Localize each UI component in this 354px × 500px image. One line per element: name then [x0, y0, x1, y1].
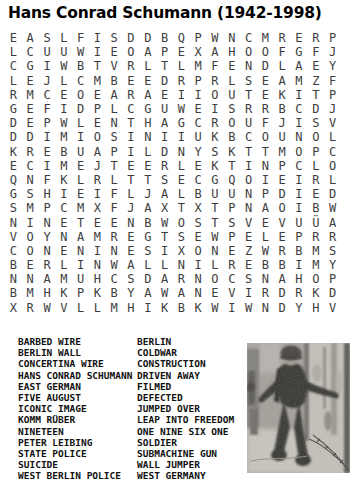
grid-cell-r2c12: X [190, 45, 207, 59]
grid-cell-r4c19: Z [307, 74, 324, 88]
grid-cell-r9c10: D [156, 145, 173, 159]
grid-cell-r17c20: Y [324, 258, 341, 272]
grid-cell-r6c14: S [223, 102, 240, 116]
grid-cell-r8c1: D [5, 130, 22, 144]
word-list-item: ICONIC IMAGE [18, 403, 132, 414]
grid-cell-r11c2: N [22, 173, 39, 187]
grid-cell-r17c7: W [106, 258, 123, 272]
grid-cell-r11c12: C [190, 173, 207, 187]
grid-cell-r20c8: H [123, 301, 140, 315]
grid-cell-r16c18: B [291, 244, 308, 258]
grid-cell-r20c9: I [139, 301, 156, 315]
grid-cell-r15c4: N [55, 230, 72, 244]
grid-cell-r2c11: E [173, 45, 190, 59]
grid-cell-r19c18: R [291, 286, 308, 300]
grid-cell-r2c16: O [257, 45, 274, 59]
grid-cell-r5c7: A [106, 88, 123, 102]
word-list-item: WALL JUMPER [137, 459, 234, 470]
grid-cell-r15c17: E [274, 230, 291, 244]
grid-cell-r12c6: I [89, 187, 106, 201]
word-list-item: BERLIN WALL [18, 347, 132, 358]
grid-cell-r18c7: C [106, 272, 123, 286]
grid-cell-r8c5: I [72, 130, 89, 144]
grid-cell-r6c7: L [106, 102, 123, 116]
grid-cell-r9c3: E [39, 145, 56, 159]
grid-cell-r13c10: X [156, 201, 173, 215]
grid-cell-r10c6: J [89, 159, 106, 173]
grid-cell-r5c9: A [139, 88, 156, 102]
grid-cell-r7c18: I [291, 116, 308, 130]
grid-cell-r17c16: B [257, 258, 274, 272]
grid-cell-r13c5: M [72, 201, 89, 215]
grid-cell-r7c14: O [223, 116, 240, 130]
grid-cell-r9c17: M [274, 145, 291, 159]
grid-cell-r10c18: C [291, 159, 308, 173]
grid-cell-r12c18: I [291, 187, 308, 201]
grid-cell-r16c11: X [173, 244, 190, 258]
grid-cell-r3c1: C [5, 59, 22, 73]
grid-cell-r1c10: B [156, 31, 173, 45]
grid-cell-r18c4: M [55, 272, 72, 286]
grid-cell-r3c14: E [223, 59, 240, 73]
grid-cell-r13c2: M [22, 201, 39, 215]
grid-cell-r11c18: I [291, 173, 308, 187]
grid-cell-r15c2: O [22, 230, 39, 244]
grid-cell-r16c2: O [22, 244, 39, 258]
grid-cell-r7c15: U [240, 116, 257, 130]
grid-cell-r18c8: S [123, 272, 140, 286]
grid-cell-r15c9: G [139, 230, 156, 244]
grid-cell-r17c9: L [139, 258, 156, 272]
grid-cell-r1c15: C [240, 31, 257, 45]
grid-cell-r3c9: L [139, 59, 156, 73]
grid-cell-r12c14: U [223, 187, 240, 201]
grid-cell-r10c16: N [257, 159, 274, 173]
grid-cell-r20c10: K [156, 301, 173, 315]
grid-cell-r11c4: K [55, 173, 72, 187]
grid-cell-r20c17: D [274, 301, 291, 315]
grid-cell-r6c20: J [324, 102, 341, 116]
grid-cell-r20c12: K [190, 301, 207, 315]
grid-cell-r8c11: I [173, 130, 190, 144]
grid-cell-r7c9: H [139, 116, 156, 130]
grid-cell-r9c15: T [240, 145, 257, 159]
grid-cell-r9c11: N [173, 145, 190, 159]
grid-cell-r19c17: D [274, 286, 291, 300]
grid-cell-r16c13: N [207, 244, 224, 258]
grid-cell-r20c19: H [307, 301, 324, 315]
grid-cell-r4c15: S [240, 74, 257, 88]
grid-cell-r12c16: P [257, 187, 274, 201]
grid-cell-r7c10: A [156, 116, 173, 130]
grid-cell-r10c15: I [240, 159, 257, 173]
grid-cell-r17c2: E [22, 258, 39, 272]
grid-cell-r2c5: W [72, 45, 89, 59]
grid-cell-r9c14: K [223, 145, 240, 159]
grid-cell-r10c1: E [5, 159, 22, 173]
grid-cell-r3c13: F [207, 59, 224, 73]
grid-cell-r16c6: I [89, 244, 106, 258]
grid-cell-r17c1: B [5, 258, 22, 272]
grid-cell-r4c8: E [123, 74, 140, 88]
grid-cell-r9c6: A [89, 145, 106, 159]
grid-cell-r4c1: L [5, 74, 22, 88]
grid-cell-r17c11: N [173, 258, 190, 272]
grid-cell-r7c16: F [257, 116, 274, 130]
grid-cell-r13c6: X [89, 201, 106, 215]
grid-cell-r5c2: M [22, 88, 39, 102]
grid-cell-r3c7: V [106, 59, 123, 73]
grid-cell-r14c18: U [291, 215, 308, 229]
grid-cell-r5c3: C [39, 88, 56, 102]
grid-cell-r14c20: A [324, 215, 341, 229]
grid-cell-r3c10: T [156, 59, 173, 73]
grid-cell-r20c3: W [39, 301, 56, 315]
grid-cell-r18c1: N [5, 272, 22, 286]
grid-cell-r1c20: P [324, 31, 341, 45]
grid-cell-r4c16: E [257, 74, 274, 88]
grid-cell-r13c19: B [307, 201, 324, 215]
grid-cell-r7c5: L [72, 116, 89, 130]
grid-cell-r7c19: S [307, 116, 324, 130]
grid-cell-r18c3: A [39, 272, 56, 286]
grid-cell-r20c16: N [257, 301, 274, 315]
grid-cell-r5c10: E [156, 88, 173, 102]
grid-cell-r15c7: R [106, 230, 123, 244]
grid-cell-r5c16: E [257, 88, 274, 102]
grid-cell-r17c8: A [123, 258, 140, 272]
grid-cell-r17c17: B [274, 258, 291, 272]
grid-cell-r9c19: P [307, 145, 324, 159]
grid-cell-r20c4: V [55, 301, 72, 315]
grid-cell-r14c13: T [207, 215, 224, 229]
grid-cell-r5c4: E [55, 88, 72, 102]
grid-cell-r13c18: I [291, 201, 308, 215]
grid-cell-r1c7: S [106, 31, 123, 45]
word-list-item: SUBMACHINE GUN [137, 448, 234, 459]
grid-cell-r16c8: E [123, 244, 140, 258]
grid-cell-r12c20: D [324, 187, 341, 201]
grid-cell-r19c6: K [89, 286, 106, 300]
grid-cell-r13c15: N [240, 201, 257, 215]
word-list-item: SOLDIER [137, 437, 234, 448]
grid-cell-r1c9: D [139, 31, 156, 45]
grid-cell-r9c2: R [22, 145, 39, 159]
grid-cell-r15c5: A [72, 230, 89, 244]
grid-cell-r10c4: M [55, 159, 72, 173]
grid-cell-r11c5: L [72, 173, 89, 187]
grid-cell-r7c11: G [173, 116, 190, 130]
grid-cell-r8c9: N [139, 130, 156, 144]
grid-cell-r5c5: O [72, 88, 89, 102]
grid-cell-r15c6: M [89, 230, 106, 244]
grid-cell-r17c13: L [207, 258, 224, 272]
grid-cell-r1c8: D [123, 31, 140, 45]
grid-cell-r19c3: H [39, 286, 56, 300]
grid-cell-r2c18: G [291, 45, 308, 59]
grid-cell-r18c15: S [240, 272, 257, 286]
grid-cell-r3c5: B [72, 59, 89, 73]
grid-cell-r3c6: T [89, 59, 106, 73]
grid-cell-r19c16: R [257, 286, 274, 300]
grid-cell-r7c8: T [123, 116, 140, 130]
grid-cell-r19c1: B [5, 286, 22, 300]
grid-cell-r20c15: W [240, 301, 257, 315]
grid-cell-r11c8: T [123, 173, 140, 187]
grid-cell-r10c17: P [274, 159, 291, 173]
grid-cell-r20c14: I [223, 301, 240, 315]
grid-cell-r2c15: O [240, 45, 257, 59]
grid-cell-r18c19: O [307, 272, 324, 286]
grid-cell-r19c4: K [55, 286, 72, 300]
grid-cell-r11c17: E [274, 173, 291, 187]
grid-cell-r20c2: R [22, 301, 39, 315]
grid-cell-r1c6: I [89, 31, 106, 45]
grid-cell-r16c5: N [72, 244, 89, 258]
grid-cell-r4c18: M [291, 74, 308, 88]
word-list-item: CONCERTINA WIRE [18, 358, 132, 369]
grid-cell-r13c4: C [55, 201, 72, 215]
grid-cell-r16c7: N [106, 244, 123, 258]
grid-cell-r12c3: H [39, 187, 56, 201]
grid-cell-r12c15: N [240, 187, 257, 201]
grid-cell-r7c3: P [39, 116, 56, 130]
grid-cell-r1c3: S [39, 31, 56, 45]
grid-cell-r12c5: E [72, 187, 89, 201]
grid-cell-r8c3: I [39, 130, 56, 144]
grid-cell-r14c8: N [123, 215, 140, 229]
grid-cell-r9c8: I [123, 145, 140, 159]
grid-cell-r4c20: F [324, 74, 341, 88]
grid-cell-r12c19: E [307, 187, 324, 201]
grid-cell-r3c4: W [55, 59, 72, 73]
grid-cell-r2c2: C [22, 45, 39, 59]
grid-cell-r20c20: V [324, 301, 341, 315]
grid-cell-r2c10: P [156, 45, 173, 59]
grid-cell-r19c5: P [72, 286, 89, 300]
grid-cell-r11c7: L [106, 173, 123, 187]
word-list-item: FILMED [137, 381, 234, 392]
grid-cell-r8c12: U [190, 130, 207, 144]
grid-cell-r1c5: F [72, 31, 89, 45]
grid-cell-r4c9: E [139, 74, 156, 88]
grid-cell-r14c3: N [39, 215, 56, 229]
word-list-item: EAST GERMAN [18, 381, 132, 392]
grid-cell-r20c13: W [207, 301, 224, 315]
grid-cell-r3c8: R [123, 59, 140, 73]
grid-cell-r7c7: N [106, 116, 123, 130]
grid-cell-r10c5: E [72, 159, 89, 173]
word-list-item: COLDWAR [137, 347, 234, 358]
grid-cell-r17c3: R [39, 258, 56, 272]
grid-cell-r6c2: E [22, 102, 39, 116]
grid-cell-r5c15: T [240, 88, 257, 102]
grid-cell-r20c18: Y [291, 301, 308, 315]
grid-cell-r2c7: E [106, 45, 123, 59]
grid-cell-r18c10: A [156, 272, 173, 286]
grid-cell-r13c3: P [39, 201, 56, 215]
grid-cell-r1c13: W [207, 31, 224, 45]
word-list-left: BARBED WIREBERLIN WALLCONCERTINA WIREHAN… [18, 336, 132, 481]
grid-cell-r9c18: O [291, 145, 308, 159]
grid-cell-r19c9: A [139, 286, 156, 300]
grid-cell-r16c3: N [39, 244, 56, 258]
grid-cell-r17c4: L [55, 258, 72, 272]
grid-cell-r17c19: M [307, 258, 324, 272]
grid-cell-r4c13: R [207, 74, 224, 88]
grid-cell-r13c13: T [207, 201, 224, 215]
grid-cell-r19c10: W [156, 286, 173, 300]
grid-cell-r8c15: C [240, 130, 257, 144]
grid-cell-r10c11: L [173, 159, 190, 173]
grid-cell-r10c12: E [190, 159, 207, 173]
grid-cell-r18c16: N [257, 272, 274, 286]
grid-cell-r16c9: S [139, 244, 156, 258]
grid-cell-r15c1: V [5, 230, 22, 244]
grid-cell-r14c12: S [190, 215, 207, 229]
grid-cell-r7c12: C [190, 116, 207, 130]
grid-cell-r12c7: F [106, 187, 123, 201]
word-list-item: ONE NINE SIX ONE [137, 426, 234, 437]
grid-cell-r17c15: E [240, 258, 257, 272]
grid-cell-r3c18: A [291, 59, 308, 73]
grid-cell-r16c14: E [223, 244, 240, 258]
grid-cell-r4c7: B [106, 74, 123, 88]
grid-cell-r3c2: G [22, 59, 39, 73]
grid-cell-r8c17: U [274, 130, 291, 144]
grid-cell-r6c12: E [190, 102, 207, 116]
grid-cell-r1c12: P [190, 31, 207, 45]
grid-cell-r20c5: L [72, 301, 89, 315]
grid-cell-r2c13: A [207, 45, 224, 59]
grid-cell-r13c20: W [324, 201, 341, 215]
grid-cell-r16c20: S [324, 244, 341, 258]
word-list-item: FIVE AUGUST [18, 392, 132, 403]
grid-cell-r20c7: M [106, 301, 123, 315]
grid-cell-r8c4: M [55, 130, 72, 144]
grid-cell-r10c13: K [207, 159, 224, 173]
grid-cell-r19c20: D [324, 286, 341, 300]
grid-cell-r2c3: U [39, 45, 56, 59]
grid-cell-r8c14: B [223, 130, 240, 144]
grid-cell-r6c15: R [240, 102, 257, 116]
grid-cell-r1c14: N [223, 31, 240, 45]
photo-grain-overlay [247, 343, 350, 473]
grid-cell-r19c11: A [173, 286, 190, 300]
wordsearch-grid: EASLFISDDBQPWNCMRERPLCUUWIEOAPEXAHOOFGFJ… [5, 31, 341, 315]
grid-cell-r5c20: P [324, 88, 341, 102]
grid-cell-r2c6: I [89, 45, 106, 59]
grid-cell-r1c16: M [257, 31, 274, 45]
grid-cell-r12c8: L [123, 187, 140, 201]
grid-cell-r12c4: I [55, 187, 72, 201]
grid-cell-r18c11: R [173, 272, 190, 286]
grid-cell-r13c11: T [173, 201, 190, 215]
grid-cell-r18c20: P [324, 272, 341, 286]
page-title: Hans Conrad Schumann (1942-1998) [8, 4, 322, 22]
grid-cell-r10c14: T [223, 159, 240, 173]
grid-cell-r10c2: C [22, 159, 39, 173]
grid-cell-r11c9: T [139, 173, 156, 187]
grid-cell-r8c18: N [291, 130, 308, 144]
grid-cell-r7c6: E [89, 116, 106, 130]
grid-cell-r5c19: T [307, 88, 324, 102]
grid-cell-r11c6: R [89, 173, 106, 187]
grid-cell-r14c10: W [156, 215, 173, 229]
grid-cell-r13c12: X [190, 201, 207, 215]
grid-cell-r9c1: K [5, 145, 22, 159]
grid-cell-r6c1: G [5, 102, 22, 116]
grid-cell-r9c4: B [55, 145, 72, 159]
grid-cell-r4c14: L [223, 74, 240, 88]
grid-cell-r15c18: P [291, 230, 308, 244]
grid-cell-r11c1: Q [5, 173, 22, 187]
grid-cell-r18c12: N [190, 272, 207, 286]
leap-into-freedom-photo [247, 343, 350, 473]
grid-cell-r2c1: L [5, 45, 22, 59]
grid-cell-r13c17: O [274, 201, 291, 215]
grid-cell-r18c13: O [207, 272, 224, 286]
grid-cell-r20c6: L [89, 301, 106, 315]
grid-cell-r5c1: R [5, 88, 22, 102]
grid-cell-r15c12: E [190, 230, 207, 244]
grid-cell-r16c15: Z [240, 244, 257, 258]
grid-cell-r7c1: D [5, 116, 22, 130]
grid-cell-r1c1: E [5, 31, 22, 45]
grid-cell-r19c7: B [106, 286, 123, 300]
grid-cell-r19c15: I [240, 286, 257, 300]
grid-cell-r10c8: E [123, 159, 140, 173]
grid-cell-r2c17: F [274, 45, 291, 59]
grid-cell-r6c11: W [173, 102, 190, 116]
grid-cell-r14c5: T [72, 215, 89, 229]
grid-cell-r12c12: B [190, 187, 207, 201]
grid-cell-r13c16: A [257, 201, 274, 215]
word-list-item: SUICIDE [18, 459, 132, 470]
word-list-item: BARBED WIRE [18, 336, 132, 347]
grid-cell-r7c2: E [22, 116, 39, 130]
grid-cell-r14c15: V [240, 215, 257, 229]
grid-cell-r4c5: C [72, 74, 89, 88]
grid-cell-r3c17: L [274, 59, 291, 73]
word-list-item: KOMM RÜBER [18, 414, 132, 425]
grid-cell-r8c16: O [257, 130, 274, 144]
word-list-item: CONSTRUCTION [137, 358, 234, 369]
grid-cell-r16c10: I [156, 244, 173, 258]
grid-cell-r9c12: Y [190, 145, 207, 159]
grid-cell-r1c11: Q [173, 31, 190, 45]
grid-cell-r1c2: A [22, 31, 39, 45]
grid-cell-r16c16: W [257, 244, 274, 258]
grid-cell-r6c13: I [207, 102, 224, 116]
grid-cell-r6c6: P [89, 102, 106, 116]
grid-cell-r19c13: E [207, 286, 224, 300]
grid-cell-r9c13: S [207, 145, 224, 159]
grid-cell-r16c12: O [190, 244, 207, 258]
grid-cell-r19c12: N [190, 286, 207, 300]
word-list-item: JUMPED OVER [137, 403, 234, 414]
grid-cell-r4c6: M [89, 74, 106, 88]
grid-cell-r9c9: L [139, 145, 156, 159]
grid-cell-r4c4: L [55, 74, 72, 88]
grid-cell-r11c16: I [257, 173, 274, 187]
grid-cell-r6c18: C [291, 102, 308, 116]
grid-cell-r4c11: R [173, 74, 190, 88]
grid-cell-r18c18: H [291, 272, 308, 286]
grid-cell-r7c13: R [207, 116, 224, 130]
grid-cell-r5c6: E [89, 88, 106, 102]
grid-cell-r9c7: P [106, 145, 123, 159]
